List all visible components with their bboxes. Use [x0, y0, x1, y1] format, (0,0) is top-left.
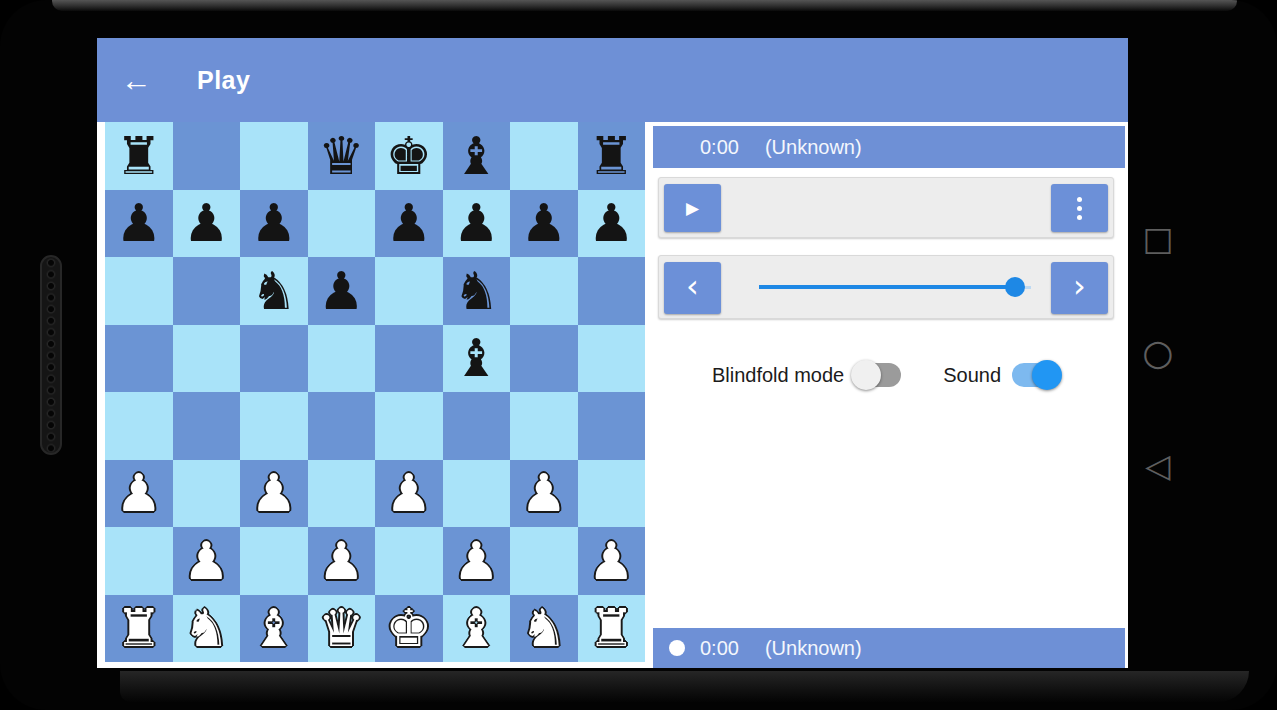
player-time: 0:00 [700, 637, 739, 660]
play-icon: ▶ [686, 200, 699, 217]
square-b8[interactable] [173, 122, 241, 190]
play-button[interactable]: ▶ [664, 184, 721, 232]
piece-black-pawn: ♟ [318, 265, 365, 317]
square-g2[interactable] [510, 527, 578, 595]
square-d7[interactable] [308, 190, 376, 258]
square-h7[interactable]: ♟ [578, 190, 646, 258]
square-d1[interactable]: ♛ [308, 595, 376, 663]
square-a3[interactable]: ♟ [105, 460, 173, 528]
piece-black-pawn: ♟ [588, 197, 635, 249]
square-b6[interactable] [173, 257, 241, 325]
phone-top-rim [52, 0, 1237, 11]
volume-rocker [40, 255, 62, 455]
piece-white-pawn: ♟ [588, 535, 635, 587]
square-e7[interactable]: ♟ [375, 190, 443, 258]
back-nav-icon[interactable]: ◁ [1136, 446, 1180, 485]
square-c4[interactable] [240, 392, 308, 460]
piece-white-rook: ♜ [115, 602, 162, 654]
piece-black-pawn: ♟ [183, 197, 230, 249]
piece-black-pawn: ♟ [520, 197, 567, 249]
square-b5[interactable] [173, 325, 241, 393]
square-e1[interactable]: ♚ [375, 595, 443, 663]
piece-white-pawn: ♟ [250, 467, 297, 519]
piece-black-pawn: ♟ [115, 197, 162, 249]
move-slider-thumb[interactable] [1005, 277, 1025, 297]
chevron-right-icon: › [1073, 270, 1086, 307]
next-move-button[interactable]: › [1051, 262, 1108, 314]
phone-bottom-rim [120, 671, 1249, 702]
opponent-clock-bar: 0:00 (Unknown) [653, 126, 1125, 168]
piece-black-knight: ♞ [453, 265, 500, 317]
options-row: Blindfold mode Sound [658, 345, 1114, 405]
piece-black-pawn: ♟ [453, 197, 500, 249]
blindfold-toggle[interactable] [853, 360, 903, 390]
square-f8[interactable]: ♝ [443, 122, 511, 190]
square-a6[interactable] [105, 257, 173, 325]
square-g5[interactable] [510, 325, 578, 393]
square-d8[interactable]: ♛ [308, 122, 376, 190]
piece-white-rook: ♜ [588, 602, 635, 654]
piece-white-pawn: ♟ [318, 535, 365, 587]
sound-toggle[interactable] [1010, 360, 1060, 390]
square-c1[interactable]: ♝ [240, 595, 308, 663]
piece-white-pawn: ♟ [453, 535, 500, 587]
opponent-time: 0:00 [700, 136, 739, 159]
square-a8[interactable]: ♜ [105, 122, 173, 190]
prev-move-button[interactable]: ‹ [664, 262, 721, 314]
chevron-left-icon: ‹ [686, 270, 699, 307]
square-g1[interactable]: ♞ [510, 595, 578, 663]
opponent-name: (Unknown) [765, 136, 862, 159]
square-c6[interactable]: ♞ [240, 257, 308, 325]
square-h1[interactable]: ♜ [578, 595, 646, 663]
sound-label: Sound [943, 364, 1001, 387]
square-a5[interactable] [105, 325, 173, 393]
piece-white-queen: ♛ [318, 602, 365, 654]
square-c7[interactable]: ♟ [240, 190, 308, 258]
square-e6[interactable] [375, 257, 443, 325]
back-arrow-icon[interactable]: ← [121, 65, 152, 96]
piece-black-rook: ♜ [588, 130, 635, 182]
piece-white-bishop: ♝ [453, 602, 500, 654]
piece-black-queen: ♛ [318, 130, 365, 182]
square-d2[interactable]: ♟ [308, 527, 376, 595]
square-c8[interactable] [240, 122, 308, 190]
square-b3[interactable] [173, 460, 241, 528]
square-h8[interactable]: ♜ [578, 122, 646, 190]
piece-black-knight: ♞ [250, 265, 297, 317]
square-g3[interactable]: ♟ [510, 460, 578, 528]
piece-black-pawn: ♟ [250, 197, 297, 249]
piece-black-bishop: ♝ [453, 130, 500, 182]
square-f2[interactable]: ♟ [443, 527, 511, 595]
square-e2[interactable] [375, 527, 443, 595]
page-title: Play [197, 66, 250, 95]
square-d3[interactable] [308, 460, 376, 528]
square-c5[interactable] [240, 325, 308, 393]
square-a7[interactable]: ♟ [105, 190, 173, 258]
player-name: (Unknown) [765, 637, 862, 660]
square-c3[interactable]: ♟ [240, 460, 308, 528]
square-g6[interactable] [510, 257, 578, 325]
move-slider[interactable] [759, 256, 1031, 318]
chess-board[interactable]: ♜♛♚♝♜♟♟♟♟♟♟♟♞♟♞♝♟♟♟♟♟♟♟♟♜♞♝♛♚♝♞♜ [105, 122, 645, 662]
square-d5[interactable] [308, 325, 376, 393]
square-h3[interactable] [578, 460, 646, 528]
menu-button[interactable] [1051, 184, 1108, 232]
square-f4[interactable] [443, 392, 511, 460]
square-f6[interactable]: ♞ [443, 257, 511, 325]
square-h4[interactable] [578, 392, 646, 460]
piece-black-pawn: ♟ [385, 197, 432, 249]
app-screen: ← Play ♜♛♚♝♜♟♟♟♟♟♟♟♞♟♞♝♟♟♟♟♟♟♟♟♜♞♝♛♚♝♞♜ … [97, 38, 1128, 668]
piece-white-pawn: ♟ [385, 467, 432, 519]
square-b1[interactable]: ♞ [173, 595, 241, 663]
square-d4[interactable] [308, 392, 376, 460]
square-e4[interactable] [375, 392, 443, 460]
move-navigation-row: ‹ › [658, 255, 1114, 319]
turn-indicator [669, 640, 685, 656]
piece-white-knight: ♞ [183, 602, 230, 654]
piece-black-bishop: ♝ [453, 332, 500, 384]
piece-black-rook: ♜ [115, 130, 162, 182]
square-f5[interactable]: ♝ [443, 325, 511, 393]
square-h2[interactable]: ♟ [578, 527, 646, 595]
square-e5[interactable] [375, 325, 443, 393]
square-f3[interactable] [443, 460, 511, 528]
square-b2[interactable]: ♟ [173, 527, 241, 595]
square-b7[interactable]: ♟ [173, 190, 241, 258]
playback-row: ▶ [658, 177, 1114, 238]
square-g4[interactable] [510, 392, 578, 460]
square-a4[interactable] [105, 392, 173, 460]
piece-white-pawn: ♟ [115, 467, 162, 519]
piece-white-bishop: ♝ [250, 602, 297, 654]
recents-icon[interactable]: □ [1136, 219, 1180, 258]
square-c2[interactable] [240, 527, 308, 595]
square-h5[interactable] [578, 325, 646, 393]
player-clock-bar: 0:00 (Unknown) [653, 628, 1125, 668]
square-h6[interactable] [578, 257, 646, 325]
blindfold-label: Blindfold mode [712, 364, 844, 387]
piece-white-pawn: ♟ [520, 467, 567, 519]
move-slider-fill [759, 285, 1015, 289]
square-f1[interactable]: ♝ [443, 595, 511, 663]
home-icon[interactable]: ○ [1136, 332, 1180, 373]
square-f7[interactable]: ♟ [443, 190, 511, 258]
sound-toggle-thumb [1032, 360, 1062, 390]
kebab-menu-icon [1077, 197, 1082, 220]
square-e3[interactable]: ♟ [375, 460, 443, 528]
square-g7[interactable]: ♟ [510, 190, 578, 258]
app-header: ← Play [97, 38, 1128, 122]
square-b4[interactable] [173, 392, 241, 460]
piece-white-king: ♚ [385, 602, 432, 654]
piece-white-pawn: ♟ [183, 535, 230, 587]
piece-white-knight: ♞ [520, 602, 567, 654]
square-a1[interactable]: ♜ [105, 595, 173, 663]
square-a2[interactable] [105, 527, 173, 595]
phone-frame: ← Play ♜♛♚♝♜♟♟♟♟♟♟♟♞♟♞♝♟♟♟♟♟♟♟♟♜♞♝♛♚♝♞♜ … [0, 0, 1277, 710]
square-g8[interactable] [510, 122, 578, 190]
piece-black-king: ♚ [385, 130, 432, 182]
square-d6[interactable]: ♟ [308, 257, 376, 325]
square-e8[interactable]: ♚ [375, 122, 443, 190]
